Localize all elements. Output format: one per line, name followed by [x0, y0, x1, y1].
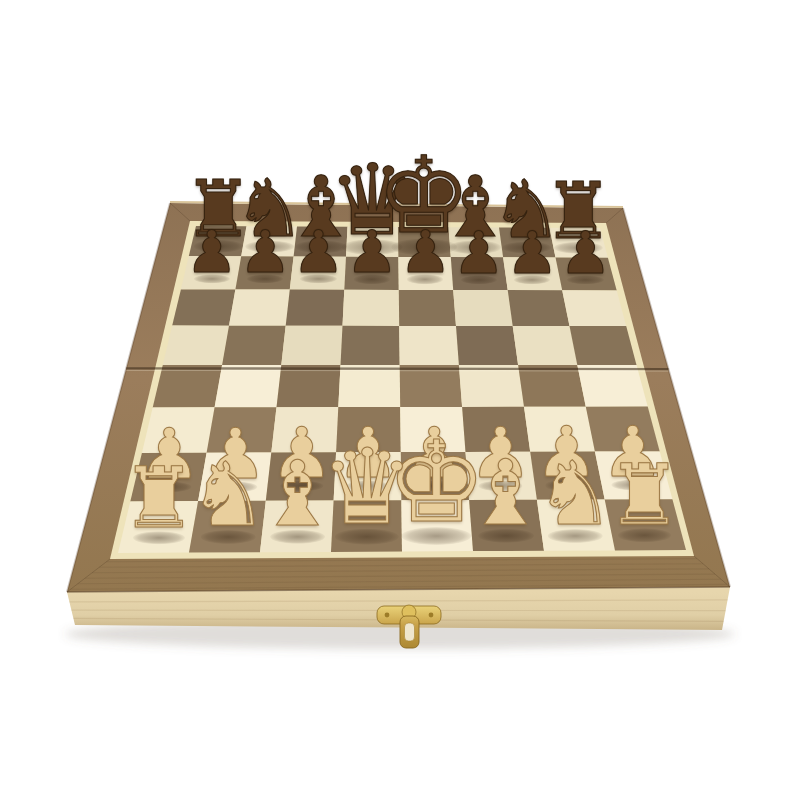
piece-black-pawn-a7[interactable]: ♟ [186, 222, 238, 280]
square-h6[interactable] [562, 290, 626, 326]
square-d4[interactable] [338, 365, 400, 407]
piece-black-pawn-b7[interactable]: ♟ [239, 223, 291, 281]
square-a5[interactable] [163, 326, 229, 365]
square-e5[interactable] [399, 326, 459, 365]
square-f5[interactable] [456, 326, 518, 365]
chess-set-photo: ♜♞♝♛♚♝♞♜♟♟♟♟♟♟♟♟♟♟♟♟♟♟♟♟♜♞♝♛♚♝♞♜ [0, 0, 800, 800]
square-b6[interactable] [229, 290, 290, 326]
square-c5[interactable] [281, 326, 342, 365]
piece-white-knight-b1[interactable]: ♞ [189, 451, 268, 539]
square-d6[interactable] [343, 290, 400, 326]
piece-black-pawn-c7[interactable]: ♟ [292, 223, 344, 281]
piece-white-rook-a1[interactable]: ♜ [121, 456, 196, 540]
piece-black-pawn-d7[interactable]: ♟ [346, 223, 398, 281]
square-g5[interactable] [513, 326, 578, 365]
piece-white-rook-h1[interactable]: ♜ [607, 453, 682, 537]
square-c4[interactable] [277, 365, 341, 407]
square-e6[interactable] [399, 290, 456, 326]
square-a4[interactable] [153, 365, 222, 407]
piece-white-queen-d1[interactable]: ♛ [320, 435, 413, 539]
piece-white-knight-g1[interactable]: ♞ [536, 450, 615, 538]
piece-black-pawn-g7[interactable]: ♟ [506, 223, 558, 281]
piece-black-pawn-h7[interactable]: ♟ [559, 224, 611, 282]
square-c6[interactable] [286, 290, 345, 326]
square-b5[interactable] [222, 326, 286, 365]
piece-black-pawn-f7[interactable]: ♟ [453, 223, 505, 281]
square-h5[interactable] [570, 326, 637, 365]
square-b4[interactable] [215, 365, 282, 407]
square-d5[interactable] [341, 326, 400, 365]
piece-black-pawn-e7[interactable]: ♟ [399, 223, 451, 281]
chess-board [0, 0, 800, 800]
piece-white-bishop-f1[interactable]: ♝ [465, 448, 546, 538]
square-g6[interactable] [508, 290, 570, 326]
square-a6[interactable] [172, 289, 235, 325]
square-f6[interactable] [453, 290, 513, 326]
